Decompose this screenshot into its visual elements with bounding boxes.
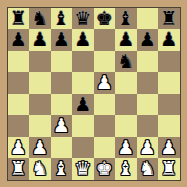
square-c3[interactable]: ♟ xyxy=(51,115,73,137)
square-d2[interactable] xyxy=(72,137,94,159)
chess-board: ♜♞♝♛♚♝♜♟♟♟♟♟♟♟♞♟♟♟♟♟♟♟♟♜♞♝♛♚♝♞♜ xyxy=(7,7,181,181)
square-f2[interactable]: ♟ xyxy=(115,137,137,159)
square-c6[interactable] xyxy=(51,51,73,73)
square-c4[interactable] xyxy=(51,94,73,116)
square-a8[interactable]: ♜ xyxy=(8,8,30,30)
square-b2[interactable]: ♟ xyxy=(29,137,51,159)
black-pawn[interactable]: ♟ xyxy=(10,29,27,50)
square-b1[interactable]: ♞ xyxy=(29,158,51,180)
black-pawn[interactable]: ♟ xyxy=(31,29,48,50)
black-pawn[interactable]: ♟ xyxy=(53,29,70,50)
square-e6[interactable] xyxy=(94,51,116,73)
square-d7[interactable]: ♟ xyxy=(72,29,94,51)
square-h3[interactable] xyxy=(158,115,180,137)
square-a6[interactable] xyxy=(8,51,30,73)
square-h7[interactable]: ♟ xyxy=(158,29,180,51)
square-h2[interactable]: ♟ xyxy=(158,137,180,159)
black-knight[interactable]: ♞ xyxy=(117,51,134,72)
square-f4[interactable] xyxy=(115,94,137,116)
square-g2[interactable]: ♟ xyxy=(137,137,159,159)
square-g7[interactable]: ♟ xyxy=(137,29,159,51)
black-queen[interactable]: ♛ xyxy=(74,8,91,29)
square-f5[interactable] xyxy=(115,72,137,94)
square-d4[interactable]: ♟ xyxy=(72,94,94,116)
square-f1[interactable]: ♝ xyxy=(115,158,137,180)
white-knight[interactable]: ♞ xyxy=(31,158,48,179)
square-d8[interactable]: ♛ xyxy=(72,8,94,30)
white-rook[interactable]: ♜ xyxy=(10,158,27,179)
black-pawn[interactable]: ♟ xyxy=(160,29,177,50)
square-g1[interactable]: ♞ xyxy=(137,158,159,180)
square-d3[interactable] xyxy=(72,115,94,137)
square-a1[interactable]: ♜ xyxy=(8,158,30,180)
white-pawn[interactable]: ♟ xyxy=(10,137,27,158)
black-bishop[interactable]: ♝ xyxy=(117,8,134,29)
square-d6[interactable] xyxy=(72,51,94,73)
white-pawn[interactable]: ♟ xyxy=(31,137,48,158)
white-king[interactable]: ♚ xyxy=(96,158,113,179)
square-d1[interactable]: ♛ xyxy=(72,158,94,180)
white-pawn[interactable]: ♟ xyxy=(139,137,156,158)
white-bishop[interactable]: ♝ xyxy=(53,158,70,179)
board-frame: ♜♞♝♛♚♝♜♟♟♟♟♟♟♟♞♟♟♟♟♟♟♟♟♜♞♝♛♚♝♞♜ xyxy=(0,0,187,187)
square-b4[interactable] xyxy=(29,94,51,116)
white-pawn[interactable]: ♟ xyxy=(160,137,177,158)
black-rook[interactable]: ♜ xyxy=(160,8,177,29)
black-pawn[interactable]: ♟ xyxy=(74,29,91,50)
black-pawn[interactable]: ♟ xyxy=(117,29,134,50)
white-pawn[interactable]: ♟ xyxy=(117,137,134,158)
square-g6[interactable] xyxy=(137,51,159,73)
square-e2[interactable] xyxy=(94,137,116,159)
black-bishop[interactable]: ♝ xyxy=(53,8,70,29)
square-f3[interactable] xyxy=(115,115,137,137)
white-bishop[interactable]: ♝ xyxy=(117,158,134,179)
square-a4[interactable] xyxy=(8,94,30,116)
square-b3[interactable] xyxy=(29,115,51,137)
square-h8[interactable]: ♜ xyxy=(158,8,180,30)
square-a7[interactable]: ♟ xyxy=(8,29,30,51)
square-g4[interactable] xyxy=(137,94,159,116)
square-a2[interactable]: ♟ xyxy=(8,137,30,159)
black-king[interactable]: ♚ xyxy=(96,8,113,29)
square-c1[interactable]: ♝ xyxy=(51,158,73,180)
square-c8[interactable]: ♝ xyxy=(51,8,73,30)
square-b6[interactable] xyxy=(29,51,51,73)
square-f6[interactable]: ♞ xyxy=(115,51,137,73)
white-queen[interactable]: ♛ xyxy=(74,158,91,179)
square-f8[interactable]: ♝ xyxy=(115,8,137,30)
white-pawn[interactable]: ♟ xyxy=(53,115,70,136)
square-f7[interactable]: ♟ xyxy=(115,29,137,51)
square-g5[interactable] xyxy=(137,72,159,94)
square-e8[interactable]: ♚ xyxy=(94,8,116,30)
square-g8[interactable] xyxy=(137,8,159,30)
square-e5[interactable]: ♟ xyxy=(94,72,116,94)
black-pawn[interactable]: ♟ xyxy=(74,94,91,115)
square-h5[interactable] xyxy=(158,72,180,94)
square-e3[interactable] xyxy=(94,115,116,137)
square-b5[interactable] xyxy=(29,72,51,94)
square-a5[interactable] xyxy=(8,72,30,94)
square-b7[interactable]: ♟ xyxy=(29,29,51,51)
square-e4[interactable] xyxy=(94,94,116,116)
square-c5[interactable] xyxy=(51,72,73,94)
square-a3[interactable] xyxy=(8,115,30,137)
square-c7[interactable]: ♟ xyxy=(51,29,73,51)
square-d5[interactable] xyxy=(72,72,94,94)
square-e7[interactable] xyxy=(94,29,116,51)
square-h4[interactable] xyxy=(158,94,180,116)
black-rook[interactable]: ♜ xyxy=(10,8,27,29)
black-pawn[interactable]: ♟ xyxy=(139,29,156,50)
black-knight[interactable]: ♞ xyxy=(31,8,48,29)
square-h1[interactable]: ♜ xyxy=(158,158,180,180)
square-b8[interactable]: ♞ xyxy=(29,8,51,30)
square-c2[interactable] xyxy=(51,137,73,159)
square-e1[interactable]: ♚ xyxy=(94,158,116,180)
square-h6[interactable] xyxy=(158,51,180,73)
white-pawn[interactable]: ♟ xyxy=(96,72,113,93)
white-rook[interactable]: ♜ xyxy=(160,158,177,179)
square-g3[interactable] xyxy=(137,115,159,137)
white-knight[interactable]: ♞ xyxy=(139,158,156,179)
